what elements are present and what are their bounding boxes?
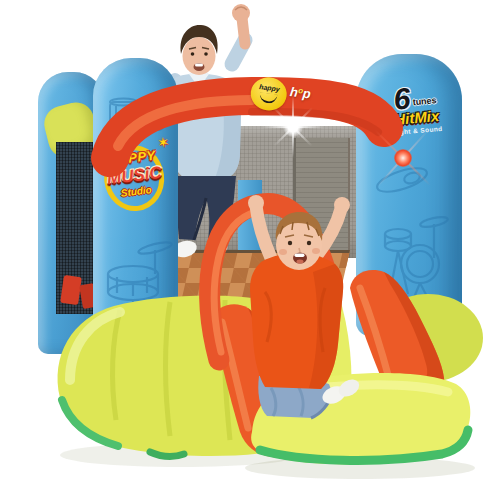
sliding-toddler [213,192,368,450]
bouncy-castle-photo: HAPPY MUSiC Studio ✶ 6 tunes HitMix Ligh… [0,0,500,500]
